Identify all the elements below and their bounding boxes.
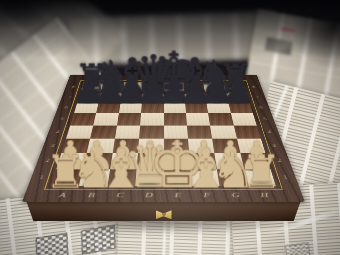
square-g4[interactable] (210, 125, 236, 138)
file-label-c: C (105, 188, 135, 201)
square-a7[interactable] (77, 92, 101, 102)
square-e2[interactable] (164, 153, 191, 169)
rank-label-6: 6 (252, 102, 269, 113)
square-c1[interactable] (107, 169, 137, 186)
square-d8[interactable] (143, 82, 164, 92)
file-label-b: B (76, 188, 107, 201)
rank-label-8: 8 (246, 82, 262, 92)
file-label-g: G (220, 188, 251, 201)
square-c4[interactable] (115, 125, 140, 138)
square-f4[interactable] (187, 125, 212, 138)
square-h8[interactable] (223, 82, 246, 92)
square-a6[interactable] (74, 102, 99, 113)
square-g7[interactable] (205, 92, 228, 102)
square-h2[interactable] (240, 153, 271, 169)
printed-photo (265, 37, 293, 55)
square-d3[interactable] (138, 139, 164, 153)
square-a5[interactable] (70, 113, 96, 125)
square-g3[interactable] (212, 139, 240, 153)
square-b2[interactable] (83, 153, 112, 169)
square-a2[interactable] (56, 153, 87, 169)
square-h6[interactable] (228, 102, 253, 113)
square-e5[interactable] (164, 113, 187, 125)
square-f7[interactable] (184, 92, 206, 102)
square-f5[interactable] (186, 113, 210, 125)
file-label-f: F (192, 188, 222, 201)
rank-label-7: 7 (249, 92, 266, 102)
square-g1[interactable] (217, 169, 248, 186)
square-c7[interactable] (120, 92, 142, 102)
square-d7[interactable] (142, 92, 164, 102)
square-h3[interactable] (237, 139, 266, 153)
playing-area (51, 82, 276, 186)
file-label-e: E (164, 188, 193, 201)
file-label-h: H (248, 188, 280, 201)
square-e8[interactable] (164, 82, 185, 92)
square-h4[interactable] (234, 125, 261, 138)
square-f8[interactable] (183, 82, 204, 92)
square-b4[interactable] (90, 125, 116, 138)
square-e7[interactable] (164, 92, 186, 102)
chess-photo-scene: ABCDEFGH 87654321 87654321 ♜♞♝♛♚♝♞♜♟♟♟♟♟… (0, 0, 340, 255)
printed-chess-diagram (36, 233, 69, 255)
square-e3[interactable] (164, 139, 190, 153)
square-d4[interactable] (139, 125, 163, 138)
square-c2[interactable] (110, 153, 138, 169)
square-b7[interactable] (99, 92, 122, 102)
square-c8[interactable] (122, 82, 143, 92)
file-labels: ABCDEFGH (46, 188, 281, 201)
square-h1[interactable] (244, 169, 276, 186)
square-g8[interactable] (203, 82, 225, 92)
square-d2[interactable] (137, 153, 164, 169)
square-a3[interactable] (61, 139, 90, 153)
square-g2[interactable] (215, 153, 244, 169)
square-e4[interactable] (164, 125, 188, 138)
square-h7[interactable] (226, 92, 250, 102)
rank-label-5: 5 (256, 113, 274, 125)
square-a8[interactable] (81, 82, 104, 92)
rank-label-4: 4 (260, 125, 279, 138)
square-f6[interactable] (185, 102, 208, 113)
square-h5[interactable] (231, 113, 257, 125)
square-f1[interactable] (190, 169, 220, 186)
square-b1[interactable] (79, 169, 110, 186)
background-shadow (290, 0, 340, 70)
brass-clasp-icon[interactable] (156, 210, 172, 219)
square-b8[interactable] (101, 82, 123, 92)
chess-box-front (22, 201, 305, 221)
square-b5[interactable] (93, 113, 118, 125)
square-a1[interactable] (51, 169, 83, 186)
square-a4[interactable] (66, 125, 93, 138)
square-d6[interactable] (141, 102, 163, 113)
square-c3[interactable] (112, 139, 139, 153)
square-d1[interactable] (135, 169, 163, 186)
square-c5[interactable] (117, 113, 141, 125)
square-b3[interactable] (87, 139, 115, 153)
square-d5[interactable] (140, 113, 163, 125)
square-g6[interactable] (207, 102, 231, 113)
printed-chess-diagram (285, 242, 311, 255)
rank-label-3: 3 (264, 139, 284, 153)
chess-board: ABCDEFGH 87654321 87654321 ♜♞♝♛♚♝♞♜♟♟♟♟♟… (22, 75, 305, 202)
square-f3[interactable] (188, 139, 215, 153)
background-shadow (0, 0, 60, 30)
square-c6[interactable] (119, 102, 142, 113)
file-label-a: A (46, 188, 78, 201)
square-b6[interactable] (96, 102, 120, 113)
square-f2[interactable] (189, 153, 217, 169)
square-e6[interactable] (164, 102, 186, 113)
square-e1[interactable] (164, 169, 192, 186)
square-g5[interactable] (208, 113, 233, 125)
file-label-d: D (134, 188, 163, 201)
